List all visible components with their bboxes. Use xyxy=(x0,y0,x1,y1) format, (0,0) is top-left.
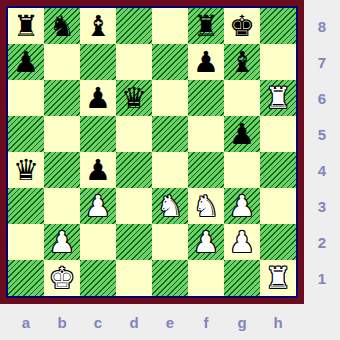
square-a4[interactable]: ♛ xyxy=(8,152,44,188)
piece-white-pawn: ♟ xyxy=(85,188,111,224)
square-g6[interactable] xyxy=(224,80,260,116)
file-label-a: a xyxy=(8,304,44,340)
square-h1[interactable]: ♜ xyxy=(260,260,296,296)
square-h6[interactable]: ♜ xyxy=(260,80,296,116)
square-a3[interactable] xyxy=(8,188,44,224)
square-a8[interactable]: ♜ xyxy=(8,8,44,44)
square-c3[interactable]: ♟ xyxy=(80,188,116,224)
square-e4[interactable] xyxy=(152,152,188,188)
square-b8[interactable]: ♞ xyxy=(44,8,80,44)
chess-diagram: ♜♞♝♜♚♟♟♝♟♛♜♟♛♟♟♞♞♟♟♟♟♚♜ 87654321 abcdefg… xyxy=(0,0,340,340)
square-b7[interactable] xyxy=(44,44,80,80)
square-f7[interactable]: ♟ xyxy=(188,44,224,80)
chess-board: ♜♞♝♜♚♟♟♝♟♛♜♟♛♟♟♞♞♟♟♟♟♚♜ xyxy=(8,8,296,296)
square-a1[interactable] xyxy=(8,260,44,296)
square-h4[interactable] xyxy=(260,152,296,188)
square-f5[interactable] xyxy=(188,116,224,152)
square-g4[interactable] xyxy=(224,152,260,188)
piece-white-pawn: ♟ xyxy=(49,224,75,260)
square-b4[interactable] xyxy=(44,152,80,188)
square-d5[interactable] xyxy=(116,116,152,152)
square-d6[interactable]: ♛ xyxy=(116,80,152,116)
piece-black-bishop: ♝ xyxy=(85,8,111,44)
square-g2[interactable]: ♟ xyxy=(224,224,260,260)
rank-label-2: 2 xyxy=(304,224,340,260)
piece-white-pawn: ♟ xyxy=(193,224,219,260)
square-h2[interactable] xyxy=(260,224,296,260)
square-d1[interactable] xyxy=(116,260,152,296)
square-d3[interactable] xyxy=(116,188,152,224)
square-d8[interactable] xyxy=(116,8,152,44)
square-f3[interactable]: ♞ xyxy=(188,188,224,224)
square-f8[interactable]: ♜ xyxy=(188,8,224,44)
rank-label-3: 3 xyxy=(304,188,340,224)
rank-labels: 87654321 xyxy=(304,8,340,296)
square-d7[interactable] xyxy=(116,44,152,80)
square-f2[interactable]: ♟ xyxy=(188,224,224,260)
rank-label-1: 1 xyxy=(304,260,340,296)
square-a5[interactable] xyxy=(8,116,44,152)
square-e2[interactable] xyxy=(152,224,188,260)
board-frame: ♜♞♝♜♚♟♟♝♟♛♜♟♛♟♟♞♞♟♟♟♟♚♜ xyxy=(0,0,304,304)
piece-black-queen: ♛ xyxy=(13,152,39,188)
square-c5[interactable] xyxy=(80,116,116,152)
square-b6[interactable] xyxy=(44,80,80,116)
file-label-f: f xyxy=(188,304,224,340)
square-g1[interactable] xyxy=(224,260,260,296)
piece-white-rook: ♜ xyxy=(265,260,291,296)
square-e3[interactable]: ♞ xyxy=(152,188,188,224)
rank-label-5: 5 xyxy=(304,116,340,152)
board-inner-border: ♜♞♝♜♚♟♟♝♟♛♜♟♛♟♟♞♞♟♟♟♟♚♜ xyxy=(6,6,298,298)
square-c4[interactable]: ♟ xyxy=(80,152,116,188)
piece-black-rook: ♜ xyxy=(13,8,39,44)
piece-black-knight: ♞ xyxy=(49,8,75,44)
piece-black-pawn: ♟ xyxy=(85,80,111,116)
piece-black-pawn: ♟ xyxy=(13,44,39,80)
piece-white-pawn: ♟ xyxy=(229,188,255,224)
square-f1[interactable] xyxy=(188,260,224,296)
square-g8[interactable]: ♚ xyxy=(224,8,260,44)
square-e7[interactable] xyxy=(152,44,188,80)
file-labels: abcdefgh xyxy=(8,304,296,340)
file-label-d: d xyxy=(116,304,152,340)
piece-black-rook: ♜ xyxy=(193,8,219,44)
rank-label-4: 4 xyxy=(304,152,340,188)
piece-black-bishop: ♝ xyxy=(229,44,255,80)
piece-black-pawn: ♟ xyxy=(193,44,219,80)
square-d2[interactable] xyxy=(116,224,152,260)
square-b2[interactable]: ♟ xyxy=(44,224,80,260)
square-d4[interactable] xyxy=(116,152,152,188)
square-f4[interactable] xyxy=(188,152,224,188)
square-g5[interactable]: ♟ xyxy=(224,116,260,152)
square-f6[interactable] xyxy=(188,80,224,116)
rank-label-8: 8 xyxy=(304,8,340,44)
square-a2[interactable] xyxy=(8,224,44,260)
piece-white-knight: ♞ xyxy=(193,188,219,224)
square-h3[interactable] xyxy=(260,188,296,224)
piece-white-rook: ♜ xyxy=(265,80,291,116)
square-h8[interactable] xyxy=(260,8,296,44)
square-c6[interactable]: ♟ xyxy=(80,80,116,116)
piece-white-knight: ♞ xyxy=(157,188,183,224)
file-label-g: g xyxy=(224,304,260,340)
piece-black-king: ♚ xyxy=(229,8,255,44)
square-e1[interactable] xyxy=(152,260,188,296)
piece-black-pawn: ♟ xyxy=(85,152,111,188)
file-label-b: b xyxy=(44,304,80,340)
piece-black-pawn: ♟ xyxy=(229,116,255,152)
square-e8[interactable] xyxy=(152,8,188,44)
square-h7[interactable] xyxy=(260,44,296,80)
rank-label-6: 6 xyxy=(304,80,340,116)
piece-white-pawn: ♟ xyxy=(229,224,255,260)
square-e6[interactable] xyxy=(152,80,188,116)
square-c8[interactable]: ♝ xyxy=(80,8,116,44)
file-label-h: h xyxy=(260,304,296,340)
square-c7[interactable] xyxy=(80,44,116,80)
square-b3[interactable] xyxy=(44,188,80,224)
square-b5[interactable] xyxy=(44,116,80,152)
piece-white-king: ♚ xyxy=(49,260,75,296)
square-c1[interactable] xyxy=(80,260,116,296)
file-label-e: e xyxy=(152,304,188,340)
square-g3[interactable]: ♟ xyxy=(224,188,260,224)
square-b1[interactable]: ♚ xyxy=(44,260,80,296)
file-label-c: c xyxy=(80,304,116,340)
square-c2[interactable] xyxy=(80,224,116,260)
square-a7[interactable]: ♟ xyxy=(8,44,44,80)
piece-black-queen: ♛ xyxy=(121,80,147,116)
square-g7[interactable]: ♝ xyxy=(224,44,260,80)
square-a6[interactable] xyxy=(8,80,44,116)
rank-label-7: 7 xyxy=(304,44,340,80)
square-h5[interactable] xyxy=(260,116,296,152)
square-e5[interactable] xyxy=(152,116,188,152)
